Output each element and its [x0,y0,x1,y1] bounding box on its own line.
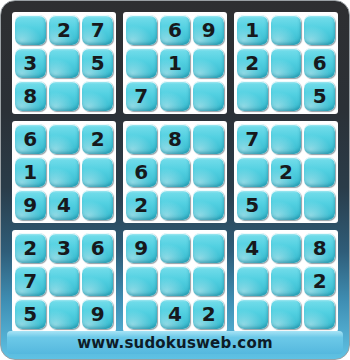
cell-r6c6[interactable] [193,190,224,220]
cell-r9c7[interactable] [237,299,268,329]
site-url[interactable]: www.sudokusweb.com [77,334,272,352]
cell-r2c9[interactable]: 6 [304,48,335,78]
cell-r8c7[interactable] [237,266,268,296]
cell-r8c1[interactable]: 7 [15,266,46,296]
footer-bar: www.sudokusweb.com [7,331,343,354]
cell-r9c6[interactable]: 2 [193,299,224,329]
cell-r3c3[interactable] [82,81,113,111]
cell-r8c9[interactable]: 2 [304,266,335,296]
cell-r8c5[interactable] [160,266,191,296]
cell-r4c2[interactable] [49,124,80,154]
cell-r9c3[interactable]: 9 [82,299,113,329]
cell-r8c3[interactable] [82,266,113,296]
cell-r8c8[interactable] [271,266,302,296]
box-5: 862 [123,121,227,223]
cell-r1c4[interactable] [126,15,157,45]
cell-r7c7[interactable]: 4 [237,233,268,263]
cell-r6c9[interactable] [304,190,335,220]
cell-r6c3[interactable] [82,190,113,220]
cell-r7c5[interactable] [160,233,191,263]
cell-r2c6[interactable] [193,48,224,78]
cell-r1c9[interactable] [304,15,335,45]
cell-r5c7[interactable] [237,157,268,187]
cell-r4c6[interactable] [193,124,224,154]
cell-r1c6[interactable]: 9 [193,15,224,45]
cell-r4c1[interactable]: 6 [15,124,46,154]
cell-r5c2[interactable] [49,157,80,187]
cell-r1c3[interactable]: 7 [82,15,113,45]
cell-r7c1[interactable]: 2 [15,233,46,263]
cell-r4c9[interactable] [304,124,335,154]
sudoku-board: 273586917126562194862725236759942482 [12,12,338,332]
cell-r9c9[interactable] [304,299,335,329]
cell-r4c3[interactable]: 2 [82,124,113,154]
cell-r9c2[interactable] [49,299,80,329]
cell-r9c4[interactable] [126,299,157,329]
cell-r4c5[interactable]: 8 [160,124,191,154]
cell-r4c4[interactable] [126,124,157,154]
cell-r5c8[interactable]: 2 [271,157,302,187]
cell-r6c7[interactable]: 5 [237,190,268,220]
cell-r7c4[interactable]: 9 [126,233,157,263]
cell-r4c8[interactable] [271,124,302,154]
cell-r5c3[interactable] [82,157,113,187]
cell-r8c4[interactable] [126,266,157,296]
box-1: 27358 [12,12,116,114]
cell-r9c5[interactable]: 4 [160,299,191,329]
box-9: 482 [234,230,338,332]
cell-r1c5[interactable]: 6 [160,15,191,45]
cell-r6c8[interactable] [271,190,302,220]
cell-r7c8[interactable] [271,233,302,263]
cell-r5c4[interactable]: 6 [126,157,157,187]
cell-r3c4[interactable]: 7 [126,81,157,111]
cell-r1c2[interactable]: 2 [49,15,80,45]
cell-r6c4[interactable]: 2 [126,190,157,220]
cell-r5c9[interactable] [304,157,335,187]
cell-r5c6[interactable] [193,157,224,187]
cell-r7c3[interactable]: 6 [82,233,113,263]
cell-r3c7[interactable] [237,81,268,111]
cell-r8c2[interactable] [49,266,80,296]
cell-r3c5[interactable] [160,81,191,111]
cell-r6c5[interactable] [160,190,191,220]
cell-r7c9[interactable]: 8 [304,233,335,263]
box-8: 942 [123,230,227,332]
cell-r3c9[interactable]: 5 [304,81,335,111]
cell-r5c1[interactable]: 1 [15,157,46,187]
cell-r3c2[interactable] [49,81,80,111]
cell-r8c6[interactable] [193,266,224,296]
cell-r6c1[interactable]: 9 [15,190,46,220]
cell-r9c1[interactable]: 5 [15,299,46,329]
cell-r5c5[interactable] [160,157,191,187]
box-3: 1265 [234,12,338,114]
cell-r3c8[interactable] [271,81,302,111]
cell-r9c8[interactable] [271,299,302,329]
cell-r6c2[interactable]: 4 [49,190,80,220]
cell-r1c1[interactable] [15,15,46,45]
box-7: 236759 [12,230,116,332]
cell-r2c8[interactable] [271,48,302,78]
cell-r2c2[interactable] [49,48,80,78]
cell-r7c6[interactable] [193,233,224,263]
cell-r1c7[interactable]: 1 [237,15,268,45]
cell-r3c1[interactable]: 8 [15,81,46,111]
cell-r2c3[interactable]: 5 [82,48,113,78]
cell-r2c7[interactable]: 2 [237,48,268,78]
box-6: 725 [234,121,338,223]
cell-r2c4[interactable] [126,48,157,78]
cell-r4c7[interactable]: 7 [237,124,268,154]
sudoku-board-frame: 273586917126562194862725236759942482 www… [0,0,350,360]
cell-r2c5[interactable]: 1 [160,48,191,78]
cell-r3c6[interactable] [193,81,224,111]
box-2: 6917 [123,12,227,114]
box-4: 62194 [12,121,116,223]
cell-r2c1[interactable]: 3 [15,48,46,78]
cell-r7c2[interactable]: 3 [49,233,80,263]
cell-r1c8[interactable] [271,15,302,45]
